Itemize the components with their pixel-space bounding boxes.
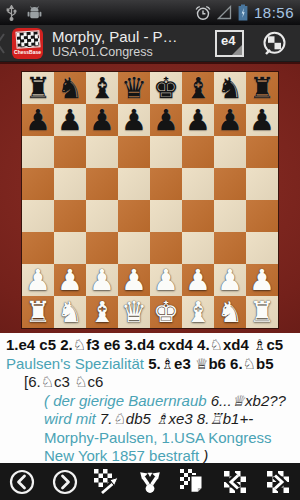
piece-white-pawn: ♟: [54, 264, 86, 296]
folded-corner-icon: [232, 45, 242, 55]
notation-segment: Morphy-Paulsen, 1.USA Kongress: [44, 429, 272, 446]
header-titles: Morphy, Paul - P… USA-01.Congress: [52, 28, 215, 59]
next-move-button[interactable]: [48, 466, 82, 498]
notation-segment[interactable]: [6.♘c3 ♘c6: [24, 373, 103, 390]
square-h4[interactable]: [246, 200, 278, 232]
square-b6[interactable]: [54, 136, 86, 168]
square-f5[interactable]: [182, 168, 214, 200]
notation-line: Paulsen's Spezialität 5.♗e3 ♕b6 6.♘b5: [0, 355, 300, 374]
piece-white-rook: ♜: [22, 296, 54, 328]
piece-black-pawn: ♟: [150, 104, 182, 136]
square-c4[interactable]: [86, 200, 118, 232]
analysis-board-icon[interactable]: [261, 30, 288, 57]
piece-black-pawn: ♟: [182, 104, 214, 136]
piece-black-king: ♚: [150, 72, 182, 104]
piece-black-knight: ♞: [214, 72, 246, 104]
piece-white-knight: ♞: [54, 296, 86, 328]
notation-segment[interactable]: 6...♕xb2??: [211, 392, 286, 409]
usb-icon: [6, 5, 17, 21]
app-header: ChessBase Morphy, Paul - P… USA-01.Congr…: [0, 25, 300, 62]
square-g7[interactable]: ♟: [214, 104, 246, 136]
piece-black-bishop: ♝: [182, 72, 214, 104]
piece-white-bishop: ♝: [86, 296, 118, 328]
notation-segment[interactable]: 1.e4 c5 2.♘f3 e6 3.d4 cxd4 4.♘xd4 ♗c5: [6, 336, 283, 353]
next-game-icon: [264, 468, 292, 496]
square-c5[interactable]: [86, 168, 118, 200]
piece-black-pawn: ♟: [118, 104, 150, 136]
board-background: ♜♞♝♛♚♝♞♜♟♟♟♟♟♟♟♟♟♟♟♟♟♟♟♟♜♞♝♛♚♝♞♜: [0, 62, 300, 333]
piece-black-queen: ♛: [118, 72, 150, 104]
square-b3[interactable]: [54, 232, 86, 264]
piece-white-pawn: ♟: [118, 264, 150, 296]
square-g6[interactable]: [214, 136, 246, 168]
notation-line: Morphy-Paulsen, 1.USA Kongress: [0, 429, 300, 448]
square-e1[interactable]: ♚: [150, 296, 182, 328]
alarm-icon: [195, 5, 211, 21]
piece-black-pawn: ♟: [246, 104, 278, 136]
square-f7[interactable]: ♟: [182, 104, 214, 136]
piece-black-pawn: ♟: [214, 104, 246, 136]
piece-black-pawn: ♟: [54, 104, 86, 136]
prev-game-icon: [221, 468, 249, 496]
checkered-flag-icon: [15, 30, 40, 49]
signal-icon: [217, 5, 232, 20]
square-d8[interactable]: ♛: [118, 72, 150, 104]
variations-button[interactable]: [133, 466, 167, 498]
square-f3[interactable]: [182, 232, 214, 264]
square-h2[interactable]: ♟: [246, 264, 278, 296]
export-board-button[interactable]: [90, 466, 124, 498]
square-d5[interactable]: [118, 168, 150, 200]
square-a6[interactable]: [22, 136, 54, 168]
chessbase-logo[interactable]: ChessBase: [12, 28, 43, 59]
piece-black-rook: ♜: [246, 72, 278, 104]
piece-black-pawn: ♟: [86, 104, 118, 136]
app-screen: 18:56 ChessBase Morphy, Paul - P… USA-01…: [0, 0, 300, 500]
square-e6[interactable]: [150, 136, 182, 168]
variations-fork-icon: [136, 468, 164, 496]
piece-black-knight: ♞: [54, 72, 86, 104]
square-e5[interactable]: [150, 168, 182, 200]
square-h7[interactable]: ♟: [246, 104, 278, 136]
move-input-button[interactable]: e4: [215, 30, 244, 57]
square-h5[interactable]: [246, 168, 278, 200]
piece-white-queen: ♛: [118, 296, 150, 328]
square-g8[interactable]: ♞: [214, 72, 246, 104]
notation-segment[interactable]: 7.♘db5 ♗xe3 8.♖b1+-: [100, 410, 253, 427]
piece-black-bishop: ♝: [86, 72, 118, 104]
square-d3[interactable]: [118, 232, 150, 264]
square-f6[interactable]: [182, 136, 214, 168]
piece-white-pawn: ♟: [86, 264, 118, 296]
square-a5[interactable]: [22, 168, 54, 200]
square-b5[interactable]: [54, 168, 86, 200]
square-g2[interactable]: ♟: [214, 264, 246, 296]
square-c7[interactable]: ♟: [86, 104, 118, 136]
notation-line: New York 1857 bestraft ): [0, 447, 300, 463]
notation-page-button[interactable]: [176, 466, 210, 498]
prev-game-button[interactable]: [218, 466, 252, 498]
piece-black-rook: ♜: [22, 72, 54, 104]
square-e4[interactable]: [150, 200, 182, 232]
android-debug-icon: [26, 6, 43, 19]
piece-white-pawn: ♟: [246, 264, 278, 296]
square-g5[interactable]: [214, 168, 246, 200]
square-a4[interactable]: [22, 200, 54, 232]
square-c8[interactable]: ♝: [86, 72, 118, 104]
chess-board: ♜♞♝♛♚♝♞♜♟♟♟♟♟♟♟♟♟♟♟♟♟♟♟♟♜♞♝♛♚♝♞♜: [21, 71, 279, 329]
square-c3[interactable]: [86, 232, 118, 264]
square-c2[interactable]: ♟: [86, 264, 118, 296]
square-d7[interactable]: ♟: [118, 104, 150, 136]
square-e2[interactable]: ♟: [150, 264, 182, 296]
square-b7[interactable]: ♟: [54, 104, 86, 136]
square-d6[interactable]: [118, 136, 150, 168]
square-c1[interactable]: ♝: [86, 296, 118, 328]
notation-line: 1.e4 c5 2.♘f3 e6 3.d4 cxd4 4.♘xd4 ♗c5: [0, 336, 300, 355]
notation-line: [6.♘c3 ♘c6: [0, 373, 300, 392]
notation-line: ( der gierige Bauernraub 6...♕xb2??: [0, 392, 300, 411]
piece-white-pawn: ♟: [150, 264, 182, 296]
game-title: Morphy, Paul - P…: [52, 28, 215, 45]
notation-segment: ( der gierige Bauernraub: [44, 392, 211, 409]
notation-panel[interactable]: 1.e4 c5 2.♘f3 e6 3.d4 cxd4 4.♘xd4 ♗c5Pau…: [0, 333, 300, 463]
square-f4[interactable]: [182, 200, 214, 232]
notation-segment: Paulsen's Spezialität: [6, 355, 148, 372]
square-h8[interactable]: ♜: [246, 72, 278, 104]
square-a8[interactable]: ♜: [22, 72, 54, 104]
notation-line: wird mit 7.♘db5 ♗xe3 8.♖b1+-: [0, 410, 300, 429]
square-a2[interactable]: ♟: [22, 264, 54, 296]
piece-white-rook: ♜: [246, 296, 278, 328]
piece-white-pawn: ♟: [182, 264, 214, 296]
square-b4[interactable]: [54, 200, 86, 232]
status-bar: 18:56: [0, 0, 300, 25]
square-e8[interactable]: ♚: [150, 72, 182, 104]
piece-black-pawn: ♟: [22, 104, 54, 136]
notation-segment[interactable]: ): [203, 447, 208, 463]
piece-white-pawn: ♟: [214, 264, 246, 296]
square-a3[interactable]: [22, 232, 54, 264]
square-g3[interactable]: [214, 232, 246, 264]
square-b1[interactable]: ♞: [54, 296, 86, 328]
square-e3[interactable]: [150, 232, 182, 264]
square-e7[interactable]: ♟: [150, 104, 182, 136]
square-d1[interactable]: ♛: [118, 296, 150, 328]
prev-move-icon: [8, 468, 36, 496]
piece-white-knight: ♞: [214, 296, 246, 328]
battery-icon: [238, 4, 248, 21]
piece-white-pawn: ♟: [22, 264, 54, 296]
square-b2[interactable]: ♟: [54, 264, 86, 296]
square-d4[interactable]: [118, 200, 150, 232]
square-h3[interactable]: [246, 232, 278, 264]
square-h6[interactable]: [246, 136, 278, 168]
square-g1[interactable]: ♞: [214, 296, 246, 328]
square-f2[interactable]: ♟: [182, 264, 214, 296]
square-b8[interactable]: ♞: [54, 72, 86, 104]
square-h1[interactable]: ♜: [246, 296, 278, 328]
notation-segment: New York 1857 bestraft: [44, 447, 203, 463]
clock-time: 18:56: [254, 4, 294, 21]
bottom-toolbar: [0, 463, 300, 500]
square-g4[interactable]: [214, 200, 246, 232]
square-a7[interactable]: ♟: [22, 104, 54, 136]
square-a1[interactable]: ♜: [22, 296, 54, 328]
piece-white-king: ♚: [150, 296, 182, 328]
prev-move-button[interactable]: [5, 466, 39, 498]
piece-white-bishop: ♝: [182, 296, 214, 328]
square-f1[interactable]: ♝: [182, 296, 214, 328]
square-c6[interactable]: [86, 136, 118, 168]
next-move-icon: [51, 468, 79, 496]
notation-segment: wird mit: [44, 410, 100, 427]
back-chevron-icon[interactable]: [0, 32, 6, 55]
board-notation-icon: [179, 468, 207, 496]
game-subtitle: USA-01.Congress: [52, 45, 215, 59]
next-game-button[interactable]: [261, 466, 295, 498]
board-export-icon: [93, 468, 121, 496]
notation-segment[interactable]: 5.♗e3 ♕b6 6.♘b5: [148, 355, 273, 372]
square-f8[interactable]: ♝: [182, 72, 214, 104]
square-d2[interactable]: ♟: [118, 264, 150, 296]
